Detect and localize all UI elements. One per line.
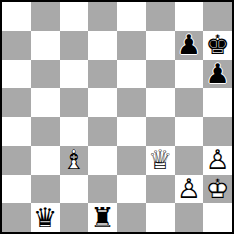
square-h2[interactable]: ♚♔ — [203, 175, 232, 204]
square-b1[interactable]: ♛ — [31, 203, 60, 232]
square-a3[interactable] — [2, 146, 31, 175]
square-f3[interactable]: ♛♕ — [146, 146, 175, 175]
square-d3[interactable] — [88, 146, 117, 175]
square-b2[interactable] — [31, 175, 60, 204]
black-queen: ♛ — [31, 204, 60, 232]
square-d1[interactable]: ♜ — [88, 203, 117, 232]
square-d8[interactable] — [88, 2, 117, 31]
square-g7[interactable]: ♟ — [175, 31, 204, 60]
square-h6[interactable]: ♟ — [203, 60, 232, 89]
square-a1[interactable] — [2, 203, 31, 232]
square-g5[interactable] — [175, 88, 204, 117]
square-b3[interactable] — [31, 146, 60, 175]
square-h7[interactable]: ♚ — [203, 31, 232, 60]
square-h4[interactable] — [203, 117, 232, 146]
square-g6[interactable] — [175, 60, 204, 89]
square-a2[interactable] — [2, 175, 31, 204]
square-d2[interactable] — [88, 175, 117, 204]
square-c8[interactable] — [60, 2, 89, 31]
square-g1[interactable] — [175, 203, 204, 232]
white-pawn-outline: ♙ — [177, 173, 201, 204]
white-king: ♚♔ — [203, 175, 232, 203]
square-g3[interactable] — [175, 146, 204, 175]
square-a7[interactable] — [2, 31, 31, 60]
square-h5[interactable] — [203, 88, 232, 117]
square-e1[interactable] — [117, 203, 146, 232]
square-c3[interactable]: ♝♗ — [60, 146, 89, 175]
square-f2[interactable] — [146, 175, 175, 204]
white-bishop: ♝♗ — [60, 146, 89, 174]
black-pawn: ♟ — [203, 60, 232, 88]
black-pawn: ♟ — [175, 31, 204, 59]
square-c1[interactable] — [60, 203, 89, 232]
white-pawn-outline: ♙ — [206, 144, 230, 175]
square-d6[interactable] — [88, 60, 117, 89]
white-pawn: ♟♙ — [175, 175, 204, 203]
square-a5[interactable] — [2, 88, 31, 117]
square-d5[interactable] — [88, 88, 117, 117]
square-e6[interactable] — [117, 60, 146, 89]
square-a4[interactable] — [2, 117, 31, 146]
square-c4[interactable] — [60, 117, 89, 146]
square-g4[interactable] — [175, 117, 204, 146]
square-e5[interactable] — [117, 88, 146, 117]
square-c2[interactable] — [60, 175, 89, 204]
square-a6[interactable] — [2, 60, 31, 89]
square-b4[interactable] — [31, 117, 60, 146]
square-b8[interactable] — [31, 2, 60, 31]
square-g2[interactable]: ♟♙ — [175, 175, 204, 204]
square-g8[interactable] — [175, 2, 204, 31]
square-c6[interactable] — [60, 60, 89, 89]
square-e4[interactable] — [117, 117, 146, 146]
white-queen: ♛♕ — [146, 146, 175, 174]
square-e3[interactable] — [117, 146, 146, 175]
square-d7[interactable] — [88, 31, 117, 60]
square-f5[interactable] — [146, 88, 175, 117]
square-h1[interactable] — [203, 203, 232, 232]
square-b7[interactable] — [31, 31, 60, 60]
square-e8[interactable] — [117, 2, 146, 31]
square-f6[interactable] — [146, 60, 175, 89]
square-h3[interactable]: ♟♙ — [203, 146, 232, 175]
square-d4[interactable] — [88, 117, 117, 146]
white-pawn: ♟♙ — [203, 146, 232, 174]
square-e7[interactable] — [117, 31, 146, 60]
chess-board: ♟♚♟♝♗♛♕♟♙♟♙♚♔♛♜ — [0, 0, 234, 234]
white-queen-outline: ♕ — [148, 144, 172, 175]
square-c5[interactable] — [60, 88, 89, 117]
square-b5[interactable] — [31, 88, 60, 117]
black-king: ♚ — [203, 31, 232, 59]
white-bishop-outline: ♗ — [62, 144, 86, 175]
black-rook: ♜ — [88, 204, 117, 232]
square-b6[interactable] — [31, 60, 60, 89]
square-f1[interactable] — [146, 203, 175, 232]
square-f8[interactable] — [146, 2, 175, 31]
square-a8[interactable] — [2, 2, 31, 31]
square-e2[interactable] — [117, 175, 146, 204]
white-king-outline: ♔ — [206, 173, 230, 204]
square-h8[interactable] — [203, 2, 232, 31]
square-c7[interactable] — [60, 31, 89, 60]
square-f7[interactable] — [146, 31, 175, 60]
square-f4[interactable] — [146, 117, 175, 146]
